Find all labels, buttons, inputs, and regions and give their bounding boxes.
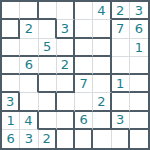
cell-r5c6-empty[interactable] xyxy=(93,75,111,93)
cell-r5c2-empty[interactable] xyxy=(20,75,38,93)
cell-r3c4-empty[interactable] xyxy=(57,39,75,57)
cell-r1c2-empty[interactable] xyxy=(20,2,38,20)
cell-r3c3-given[interactable]: 5 xyxy=(39,39,57,57)
cell-r6c7-empty[interactable] xyxy=(112,93,130,111)
cell-r2c1-empty[interactable] xyxy=(2,20,20,38)
cell-r7c4-empty[interactable] xyxy=(57,112,75,130)
cell-r5c7-given[interactable]: 1 xyxy=(112,75,130,93)
cell-r4c3-empty[interactable] xyxy=(39,57,57,75)
cell-r2c7-given[interactable]: 7 xyxy=(112,20,130,38)
cell-r7c3-empty[interactable] xyxy=(39,112,57,130)
cell-r8c1-given[interactable]: 6 xyxy=(2,130,20,148)
cell-r4c7-empty[interactable] xyxy=(112,57,130,75)
cell-r4c1-empty[interactable] xyxy=(2,57,20,75)
cell-r7c6-empty[interactable] xyxy=(93,112,111,130)
cell-r2c5-empty[interactable] xyxy=(75,20,93,38)
cell-r6c2-empty[interactable] xyxy=(20,93,38,111)
cell-r4c8-empty[interactable] xyxy=(130,57,148,75)
cell-r2c3-empty[interactable] xyxy=(39,20,57,38)
cell-r6c8-empty[interactable] xyxy=(130,93,148,111)
cell-r3c6-empty[interactable] xyxy=(93,39,111,57)
cell-r7c2-given[interactable]: 4 xyxy=(20,112,38,130)
cell-r5c8-empty[interactable] xyxy=(130,75,148,93)
cell-r1c4-empty[interactable] xyxy=(57,2,75,20)
cell-r4c4-given[interactable]: 2 xyxy=(57,57,75,75)
cell-r7c1-given[interactable]: 1 xyxy=(2,112,20,130)
cell-r8c5-empty[interactable] xyxy=(75,130,93,148)
cell-r2c2-given[interactable]: 2 xyxy=(20,20,38,38)
cell-r1c7-given[interactable]: 2 xyxy=(112,2,130,20)
cell-r6c4-empty[interactable] xyxy=(57,93,75,111)
cell-r3c1-empty[interactable] xyxy=(2,39,20,57)
cell-r8c6-empty[interactable] xyxy=(93,130,111,148)
cell-r8c3-given[interactable]: 2 xyxy=(39,130,57,148)
cell-r5c4-empty[interactable] xyxy=(57,75,75,93)
puzzle-board: 4232376516271321463632 xyxy=(0,0,150,150)
cell-r4c2-given[interactable]: 6 xyxy=(20,57,38,75)
cell-r1c5-empty[interactable] xyxy=(75,2,93,20)
cell-r2c6-empty[interactable] xyxy=(93,20,111,38)
cell-r1c6-given[interactable]: 4 xyxy=(93,2,111,20)
cell-r6c3-empty[interactable] xyxy=(39,93,57,111)
cell-r7c5-given[interactable]: 6 xyxy=(75,112,93,130)
cell-r4c5-empty[interactable] xyxy=(75,57,93,75)
cell-r4c6-empty[interactable] xyxy=(93,57,111,75)
cell-r3c5-empty[interactable] xyxy=(75,39,93,57)
cell-r5c3-empty[interactable] xyxy=(39,75,57,93)
cell-r6c1-given[interactable]: 3 xyxy=(2,93,20,111)
cell-r7c8-empty[interactable] xyxy=(130,112,148,130)
cell-r2c8-given[interactable]: 6 xyxy=(130,20,148,38)
cell-r8c2-given[interactable]: 3 xyxy=(20,130,38,148)
cell-r3c2-empty[interactable] xyxy=(20,39,38,57)
cell-r1c1-empty[interactable] xyxy=(2,2,20,20)
cell-r6c5-empty[interactable] xyxy=(75,93,93,111)
cell-r8c7-empty[interactable] xyxy=(112,130,130,148)
cell-r8c4-empty[interactable] xyxy=(57,130,75,148)
cell-r1c3-empty[interactable] xyxy=(39,2,57,20)
cell-r1c8-given[interactable]: 3 xyxy=(130,2,148,20)
cell-r6c6-given[interactable]: 2 xyxy=(93,93,111,111)
cell-r3c8-given[interactable]: 1 xyxy=(130,39,148,57)
cell-r8c8-empty[interactable] xyxy=(130,130,148,148)
cell-r5c5-given[interactable]: 7 xyxy=(75,75,93,93)
cell-r5c1-empty[interactable] xyxy=(2,75,20,93)
cell-r2c4-given[interactable]: 3 xyxy=(57,20,75,38)
cell-r3c7-empty[interactable] xyxy=(112,39,130,57)
cell-r7c7-given[interactable]: 3 xyxy=(112,112,130,130)
